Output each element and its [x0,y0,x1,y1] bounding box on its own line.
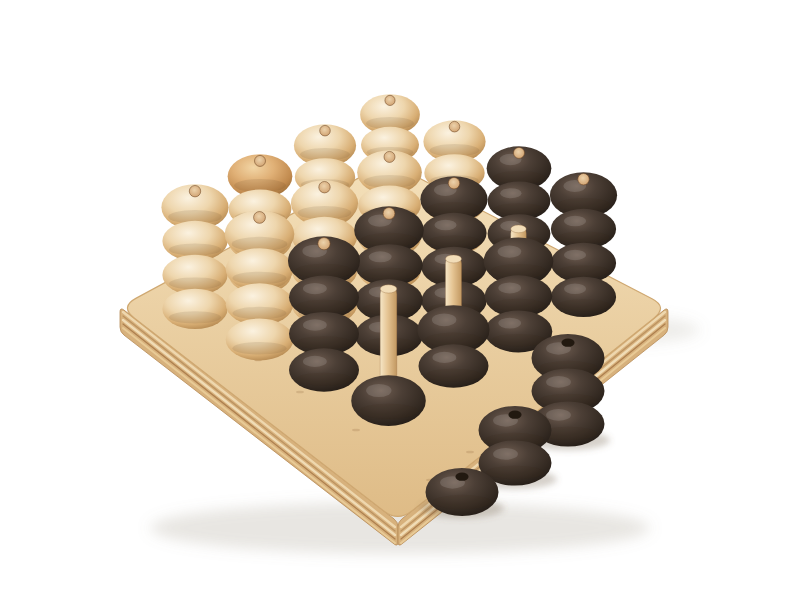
loose-bead-dark[interactable] [426,468,499,516]
bead-dark[interactable] [351,375,426,426]
bead-hole [561,338,574,346]
wood-grain-speck [352,429,360,432]
peg-tip [319,181,330,192]
score-four-board-svg [0,0,800,600]
peg-tip [578,173,589,184]
peg-tip [448,177,459,188]
bead-hole [455,472,468,480]
bead-dark[interactable] [289,348,359,391]
wood-grain-speck [466,451,474,454]
peg-tip [255,155,266,166]
peg-tip [189,185,200,196]
peg-tip [383,208,395,220]
bead-dark[interactable] [551,277,616,317]
peg-top [445,255,461,263]
bead-hole [508,410,521,418]
product-photo-scene [0,0,800,600]
peg-tip [254,212,266,224]
peg-top [380,285,397,293]
peg-tip [320,125,331,136]
bead-dark[interactable] [419,344,489,387]
peg-top [511,225,527,233]
peg-tip [318,238,330,250]
peg-tip [514,147,525,158]
wood-grain-speck [296,391,304,394]
bead-light[interactable] [162,289,227,329]
peg-stack-r0c3 [550,172,617,317]
peg-tip [449,121,460,132]
peg-tip [385,95,395,105]
bead-light[interactable] [226,319,294,361]
peg-tip [384,151,395,162]
